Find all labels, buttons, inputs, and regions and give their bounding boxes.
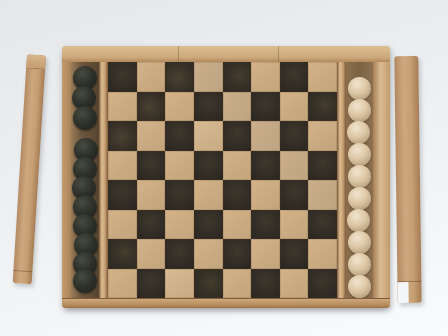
board-square[interactable] <box>108 62 137 92</box>
board-square[interactable] <box>194 210 223 240</box>
board-square[interactable] <box>308 92 337 122</box>
light-ball-piece[interactable] <box>348 253 371 276</box>
board-square[interactable] <box>223 92 252 122</box>
board-square[interactable] <box>308 269 337 299</box>
dark-disc-piece[interactable] <box>73 269 97 293</box>
board-square[interactable] <box>137 210 166 240</box>
right-rail-notch <box>397 282 408 303</box>
board-square[interactable] <box>194 92 223 122</box>
board-square[interactable] <box>108 269 137 299</box>
board-square[interactable] <box>194 151 223 181</box>
board-square[interactable] <box>251 121 280 151</box>
board-square[interactable] <box>108 121 137 151</box>
board-square[interactable] <box>280 210 309 240</box>
light-ball-piece[interactable] <box>348 165 371 188</box>
left-outer-wall <box>62 62 71 298</box>
board-square[interactable] <box>108 151 137 181</box>
board-square[interactable] <box>308 62 337 92</box>
left-rail-end-cap <box>26 54 46 69</box>
light-ball-piece[interactable] <box>348 187 371 210</box>
right-piece-tray <box>346 62 373 298</box>
frame-seam <box>178 46 179 62</box>
light-ball-piece[interactable] <box>347 209 370 232</box>
board-square[interactable] <box>194 62 223 92</box>
right-outer-wall <box>373 62 390 298</box>
photo-backdrop <box>0 0 448 336</box>
right-tray-divider-rail <box>337 62 346 298</box>
board-square[interactable] <box>137 151 166 181</box>
board-square[interactable] <box>137 121 166 151</box>
board-square[interactable] <box>165 121 194 151</box>
light-ball-piece[interactable] <box>348 275 371 298</box>
board-square[interactable] <box>165 92 194 122</box>
left-piece-tray <box>71 62 99 298</box>
board-square[interactable] <box>194 180 223 210</box>
top-frame <box>62 46 390 63</box>
light-ball-piece[interactable] <box>348 231 371 254</box>
dark-disc-piece[interactable] <box>73 106 97 130</box>
board-square[interactable] <box>280 269 309 299</box>
light-ball-piece[interactable] <box>348 143 371 166</box>
board-square[interactable] <box>280 239 309 269</box>
board-square[interactable] <box>165 210 194 240</box>
board-square[interactable] <box>308 180 337 210</box>
board-square[interactable] <box>108 92 137 122</box>
board-square[interactable] <box>108 210 137 240</box>
board-square[interactable] <box>280 180 309 210</box>
left-tray-divider-rail <box>99 62 108 298</box>
light-ball-piece[interactable] <box>347 121 370 144</box>
board-square[interactable] <box>308 121 337 151</box>
board-square[interactable] <box>251 239 280 269</box>
board-square[interactable] <box>137 180 166 210</box>
board-square[interactable] <box>280 151 309 181</box>
board-square[interactable] <box>165 62 194 92</box>
board-square[interactable] <box>165 151 194 181</box>
checkers-board <box>108 62 337 298</box>
left-slide-lid-rail[interactable] <box>13 54 46 284</box>
board-square[interactable] <box>223 62 252 92</box>
board-square[interactable] <box>223 269 252 299</box>
board-square[interactable] <box>251 269 280 299</box>
board-square[interactable] <box>308 151 337 181</box>
board-square[interactable] <box>165 180 194 210</box>
light-ball-piece[interactable] <box>348 77 371 100</box>
board-square[interactable] <box>137 239 166 269</box>
board-square[interactable] <box>165 239 194 269</box>
board-square[interactable] <box>223 210 252 240</box>
board-square[interactable] <box>280 121 309 151</box>
left-rail-groove <box>13 270 32 272</box>
bottom-frame <box>62 298 390 308</box>
board-square[interactable] <box>194 121 223 151</box>
board-square[interactable] <box>223 121 252 151</box>
board-square[interactable] <box>251 62 280 92</box>
board-square[interactable] <box>251 210 280 240</box>
game-box <box>62 46 390 308</box>
board-square[interactable] <box>165 269 194 299</box>
board-square[interactable] <box>108 239 137 269</box>
board-square[interactable] <box>280 62 309 92</box>
board-square[interactable] <box>223 239 252 269</box>
frame-seam <box>278 46 279 62</box>
board-square[interactable] <box>251 151 280 181</box>
board-square[interactable] <box>194 239 223 269</box>
board-square[interactable] <box>308 239 337 269</box>
board-square[interactable] <box>308 210 337 240</box>
board-square[interactable] <box>108 180 137 210</box>
board-square[interactable] <box>223 151 252 181</box>
board-square[interactable] <box>137 92 166 122</box>
board-square[interactable] <box>251 180 280 210</box>
board-square[interactable] <box>137 62 166 92</box>
board-square[interactable] <box>194 269 223 299</box>
light-ball-piece[interactable] <box>348 99 371 122</box>
right-slide-lid-rail[interactable] <box>394 56 421 303</box>
board-square[interactable] <box>137 269 166 299</box>
board-square[interactable] <box>251 92 280 122</box>
board-square[interactable] <box>223 180 252 210</box>
board-square[interactable] <box>280 92 309 122</box>
